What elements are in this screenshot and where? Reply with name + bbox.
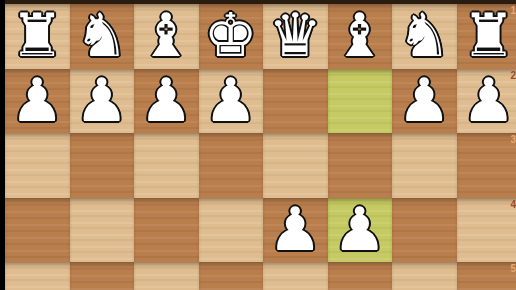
square-g5[interactable] xyxy=(70,262,135,290)
square-h1[interactable]: ♜ xyxy=(5,4,70,69)
white-bishop[interactable]: ♝ xyxy=(139,5,193,65)
square-e1[interactable]: ♚ xyxy=(199,4,264,69)
square-g3[interactable] xyxy=(70,133,135,198)
square-d4[interactable]: ♟ xyxy=(263,198,328,263)
white-pawn[interactable]: ♟ xyxy=(75,70,129,130)
square-d3[interactable] xyxy=(263,133,328,198)
white-pawn[interactable]: ♟ xyxy=(397,70,451,130)
white-knight[interactable]: ♞ xyxy=(75,5,129,65)
rank-label-4: 4 xyxy=(510,199,516,210)
square-b2[interactable]: ♟ xyxy=(392,69,457,134)
square-a2[interactable]: ♟2 xyxy=(457,69,516,134)
square-a5[interactable]: 5 xyxy=(457,262,516,290)
square-h2[interactable]: ♟ xyxy=(5,69,70,134)
square-c4[interactable]: ♟ xyxy=(328,198,393,263)
white-knight[interactable]: ♞ xyxy=(397,5,451,65)
square-b3[interactable] xyxy=(392,133,457,198)
square-g2[interactable]: ♟ xyxy=(70,69,135,134)
square-d2[interactable] xyxy=(263,69,328,134)
white-pawn[interactable]: ♟ xyxy=(139,70,193,130)
rank-label-3: 3 xyxy=(510,134,516,145)
white-rook[interactable]: ♜ xyxy=(10,5,64,65)
white-pawn[interactable]: ♟ xyxy=(10,70,64,130)
square-f5[interactable] xyxy=(134,262,199,290)
square-g4[interactable] xyxy=(70,198,135,263)
chess-board: ♜♞♝♚♛♝♞♜1♟♟♟♟♟♟23♟♟45 xyxy=(5,0,516,290)
square-h5[interactable] xyxy=(5,262,70,290)
square-a4[interactable]: 4 xyxy=(457,198,516,263)
square-d1[interactable]: ♛ xyxy=(263,4,328,69)
square-b4[interactable] xyxy=(392,198,457,263)
white-queen[interactable]: ♛ xyxy=(268,5,322,65)
rank-label-2: 2 xyxy=(510,70,516,81)
white-pawn[interactable]: ♟ xyxy=(268,199,322,259)
square-c3[interactable] xyxy=(328,133,393,198)
square-c5[interactable] xyxy=(328,262,393,290)
square-h4[interactable] xyxy=(5,198,70,263)
white-king[interactable]: ♚ xyxy=(204,5,258,65)
square-e3[interactable] xyxy=(199,133,264,198)
square-f3[interactable] xyxy=(134,133,199,198)
square-e4[interactable] xyxy=(199,198,264,263)
square-b5[interactable] xyxy=(392,262,457,290)
square-c1[interactable]: ♝ xyxy=(328,4,393,69)
square-e2[interactable]: ♟ xyxy=(199,69,264,134)
square-f1[interactable]: ♝ xyxy=(134,4,199,69)
square-h3[interactable] xyxy=(5,133,70,198)
square-g1[interactable]: ♞ xyxy=(70,4,135,69)
square-f4[interactable] xyxy=(134,198,199,263)
rank-label-1: 1 xyxy=(510,5,516,16)
square-c2[interactable] xyxy=(328,69,393,134)
rank-label-5: 5 xyxy=(510,263,516,274)
square-e5[interactable] xyxy=(199,262,264,290)
square-d5[interactable] xyxy=(263,262,328,290)
square-a3[interactable]: 3 xyxy=(457,133,516,198)
square-b1[interactable]: ♞ xyxy=(392,4,457,69)
square-f2[interactable]: ♟ xyxy=(134,69,199,134)
white-rook[interactable]: ♜ xyxy=(462,5,516,65)
white-bishop[interactable]: ♝ xyxy=(333,5,387,65)
square-a1[interactable]: ♜1 xyxy=(457,4,516,69)
white-pawn[interactable]: ♟ xyxy=(462,70,516,130)
white-pawn[interactable]: ♟ xyxy=(204,70,258,130)
white-pawn[interactable]: ♟ xyxy=(333,199,387,259)
